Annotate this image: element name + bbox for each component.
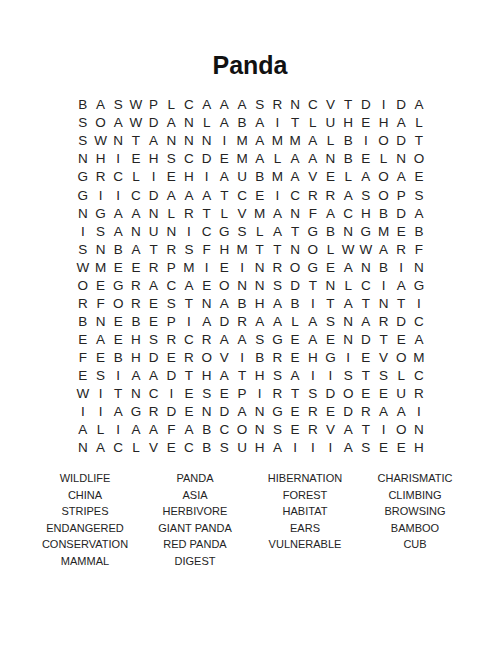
grid-cell: G <box>269 403 287 421</box>
grid-cell: P <box>392 186 410 204</box>
grid-cell: A <box>392 114 410 132</box>
grid-cell: N <box>74 150 92 168</box>
grid-cell: R <box>269 258 287 276</box>
grid-cell: T <box>392 295 410 313</box>
grid-cell: G <box>304 258 322 276</box>
grid-cell: A <box>180 421 198 439</box>
word-list-item: VULNERABLE <box>250 536 360 553</box>
grid-cell: S <box>198 385 216 403</box>
grid-cell: W <box>127 96 145 114</box>
grid-cell: A <box>339 186 357 204</box>
grid-cell: L <box>162 96 180 114</box>
grid-cell: G <box>109 276 127 294</box>
grid-cell: A <box>339 295 357 313</box>
grid-cell: A <box>304 313 322 331</box>
grid-cell: A <box>410 204 428 222</box>
word-list-column: WILDLIFECHINASTRIPESENDANGEREDCONSERVATI… <box>30 470 140 569</box>
grid-cell: A <box>410 96 428 114</box>
grid-cell: E <box>180 385 198 403</box>
grid-cell: L <box>127 168 145 186</box>
grid-cell: I <box>375 421 393 439</box>
grid-cell: C <box>410 367 428 385</box>
grid-cell: C <box>410 313 428 331</box>
grid-cell: A <box>127 367 145 385</box>
grid-cell: U <box>233 439 251 457</box>
grid-cell: I <box>180 222 198 240</box>
grid-cell: N <box>162 222 180 240</box>
grid-cell: A <box>162 186 180 204</box>
grid-cell: N <box>92 313 110 331</box>
grid-cell: T <box>251 240 269 258</box>
grid-cell: A <box>216 295 234 313</box>
grid-cell: A <box>251 132 269 150</box>
grid-cell: A <box>269 439 287 457</box>
grid-cell: A <box>286 367 304 385</box>
grid-cell: C <box>109 168 127 186</box>
grid-cell: E <box>357 349 375 367</box>
grid-cell: T <box>269 240 287 258</box>
grid-cell: V <box>145 439 163 457</box>
grid-cell: C <box>357 276 375 294</box>
grid-cell: I <box>304 439 322 457</box>
grid-cell: N <box>339 222 357 240</box>
word-list-item: WILDLIFE <box>30 470 140 487</box>
grid-cell: N <box>286 204 304 222</box>
grid-cell: I <box>74 403 92 421</box>
grid-cell: A <box>92 96 110 114</box>
grid-cell: B <box>251 349 269 367</box>
grid-cell: N <box>339 331 357 349</box>
grid-cell: V <box>233 204 251 222</box>
grid-cell: E <box>127 258 145 276</box>
grid-cell: I <box>92 186 110 204</box>
grid-cell: L <box>198 114 216 132</box>
grid-cell: A <box>92 439 110 457</box>
word-list-item: STRIPES <box>30 503 140 520</box>
grid-cell: H <box>339 114 357 132</box>
grid-cell: N <box>180 114 198 132</box>
grid-cell: F <box>92 295 110 313</box>
grid-cell: D <box>162 403 180 421</box>
grid-cell: B <box>339 150 357 168</box>
grid-cell: I <box>304 367 322 385</box>
grid-cell: E <box>145 295 163 313</box>
grid-cell: C <box>233 186 251 204</box>
grid-cell: L <box>322 132 340 150</box>
grid-cell: A <box>392 276 410 294</box>
grid-cell: S <box>162 150 180 168</box>
grid-cell: T <box>198 204 216 222</box>
grid-cell: V <box>304 168 322 186</box>
grid-cell: O <box>198 349 216 367</box>
grid-cell: O <box>375 168 393 186</box>
grid-cell: N <box>127 385 145 403</box>
grid-cell: H <box>251 367 269 385</box>
word-list-item: GIANT PANDA <box>140 520 250 537</box>
grid-cell: E <box>180 403 198 421</box>
grid-cell: A <box>410 331 428 349</box>
grid-cell: G <box>92 204 110 222</box>
grid-cell: D <box>392 132 410 150</box>
grid-cell: B <box>375 258 393 276</box>
grid-cell: E <box>375 439 393 457</box>
grid-cell: N <box>109 132 127 150</box>
grid-cell: A <box>145 421 163 439</box>
grid-cell: I <box>233 258 251 276</box>
grid-cell: E <box>216 258 234 276</box>
grid-cell: A <box>251 114 269 132</box>
grid-cell: E <box>392 331 410 349</box>
grid-cell: T <box>233 367 251 385</box>
grid-cell: R <box>410 385 428 403</box>
grid-cell: B <box>251 168 269 186</box>
grid-cell: L <box>269 150 287 168</box>
grid-cell: T <box>357 295 375 313</box>
grid-cell: M <box>233 132 251 150</box>
grid-cell: O <box>392 349 410 367</box>
grid-cell: D <box>339 403 357 421</box>
grid-cell: T <box>180 367 198 385</box>
grid-cell: N <box>251 403 269 421</box>
grid-cell: N <box>74 439 92 457</box>
grid-cell: O <box>92 114 110 132</box>
grid-cell: I <box>339 349 357 367</box>
grid-cell: R <box>392 240 410 258</box>
grid-cell: H <box>304 349 322 367</box>
grid-cell: B <box>127 313 145 331</box>
word-list-item: RED PANDA <box>140 536 250 553</box>
grid-cell: F <box>410 240 428 258</box>
grid-cell: G <box>357 222 375 240</box>
grid-cell: M <box>286 132 304 150</box>
grid-cell: E <box>410 168 428 186</box>
grid-cell: D <box>145 114 163 132</box>
grid-cell: I <box>109 186 127 204</box>
grid-cell: N <box>251 276 269 294</box>
grid-cell: E <box>92 349 110 367</box>
grid-cell: A <box>233 331 251 349</box>
grid-cell: O <box>286 258 304 276</box>
grid-cell: E <box>109 331 127 349</box>
grid-cell: L <box>127 439 145 457</box>
grid-cell: A <box>145 132 163 150</box>
word-list-item: BROWSING <box>360 503 470 520</box>
grid-cell: S <box>269 367 287 385</box>
grid-cell: A <box>145 367 163 385</box>
grid-cell: R <box>162 240 180 258</box>
grid-cell: C <box>216 421 234 439</box>
grid-cell: I <box>251 385 269 403</box>
grid-cell: B <box>109 240 127 258</box>
grid-cell: B <box>286 295 304 313</box>
grid-cell: H <box>198 367 216 385</box>
grid-cell: I <box>109 421 127 439</box>
grid-cell: A <box>162 114 180 132</box>
grid-cell: R <box>92 168 110 186</box>
grid-cell: B <box>233 295 251 313</box>
grid-cell: R <box>198 331 216 349</box>
grid-cell: R <box>145 403 163 421</box>
grid-cell: B <box>109 349 127 367</box>
grid-cell: D <box>357 96 375 114</box>
word-list-item: DIGEST <box>140 553 250 570</box>
grid-cell: C <box>145 385 163 403</box>
word-list-item: BAMBOO <box>360 520 470 537</box>
grid-cell: R <box>162 331 180 349</box>
grid-cell: T <box>145 240 163 258</box>
grid-cell: A <box>198 186 216 204</box>
grid-cell: D <box>216 403 234 421</box>
grid-cell: R <box>127 295 145 313</box>
grid-cell: O <box>109 295 127 313</box>
grid-cell: E <box>162 439 180 457</box>
grid-cell: D <box>392 313 410 331</box>
grid-cell: A <box>109 114 127 132</box>
grid-cell: B <box>339 132 357 150</box>
grid-cell: H <box>92 150 110 168</box>
grid-cell: N <box>145 204 163 222</box>
grid-cell: T <box>127 132 145 150</box>
grid-cell: T <box>286 114 304 132</box>
grid-cell: B <box>74 313 92 331</box>
grid-cell: P <box>162 258 180 276</box>
grid-cell: L <box>339 276 357 294</box>
grid-cell: C <box>286 186 304 204</box>
grid-cell: E <box>251 186 269 204</box>
grid-cell: E <box>357 385 375 403</box>
grid-cell: I <box>410 295 428 313</box>
grid-cell: C <box>127 186 145 204</box>
grid-cell: N <box>198 132 216 150</box>
grid-cell: L <box>339 168 357 186</box>
grid-cell: G <box>269 331 287 349</box>
grid-cell: A <box>216 367 234 385</box>
word-list-item: CLIMBING <box>360 487 470 504</box>
grid-cell: S <box>304 385 322 403</box>
grid-cell: I <box>109 367 127 385</box>
grid-cell: V <box>322 96 340 114</box>
grid-cell: B <box>322 222 340 240</box>
grid-cell: I <box>92 403 110 421</box>
grid-cell: A <box>357 168 375 186</box>
grid-cell: F <box>162 421 180 439</box>
grid-cell: P <box>233 385 251 403</box>
grid-cell: E <box>216 385 234 403</box>
grid-cell: I <box>269 186 287 204</box>
grid-cell: C <box>339 204 357 222</box>
grid-cell: B <box>198 421 216 439</box>
grid-cell: B <box>233 114 251 132</box>
grid-cell: T <box>322 295 340 313</box>
word-list-item: CUB <box>360 536 470 553</box>
grid-cell: I <box>392 258 410 276</box>
grid-cell: R <box>127 276 145 294</box>
grid-cell: H <box>251 439 269 457</box>
grid-cell: O <box>410 150 428 168</box>
grid-cell: L <box>322 240 340 258</box>
grid-cell: G <box>127 403 145 421</box>
grid-cell: N <box>286 240 304 258</box>
grid-cell: T <box>357 367 375 385</box>
grid-cell: C <box>162 276 180 294</box>
grid-cell: N <box>339 313 357 331</box>
grid-cell: S <box>269 421 287 439</box>
grid-cell: C <box>180 331 198 349</box>
grid-cell: S <box>233 222 251 240</box>
grid-cell: A <box>109 403 127 421</box>
grid-cell: A <box>251 150 269 168</box>
grid-cell: E <box>322 258 340 276</box>
grid-cell: R <box>269 349 287 367</box>
grid-cell: W <box>74 258 92 276</box>
grid-cell: O <box>233 421 251 439</box>
grid-cell: I <box>375 96 393 114</box>
grid-cell: A <box>304 132 322 150</box>
grid-cell: E <box>162 168 180 186</box>
grid-cell: N <box>286 96 304 114</box>
grid-cell: N <box>198 403 216 421</box>
grid-cell: N <box>410 421 428 439</box>
grid-cell: F <box>304 204 322 222</box>
grid-cell: R <box>180 204 198 222</box>
grid-cell: B <box>410 222 428 240</box>
grid-cell: S <box>339 367 357 385</box>
grid-cell: C <box>198 222 216 240</box>
grid-cell: W <box>339 240 357 258</box>
grid-cell: S <box>162 295 180 313</box>
grid-cell: A <box>92 331 110 349</box>
grid-cell: R <box>322 186 340 204</box>
grid-cell: B <box>375 204 393 222</box>
word-list-column: PANDAASIAHERBIVOREGIANT PANDARED PANDADI… <box>140 470 250 569</box>
grid-cell: O <box>304 240 322 258</box>
grid-cell: I <box>410 403 428 421</box>
grid-cell: C <box>180 96 198 114</box>
grid-cell: N <box>74 204 92 222</box>
grid-cell: A <box>339 439 357 457</box>
grid-cell: R <box>180 349 198 367</box>
grid-cell: A <box>198 313 216 331</box>
grid-cell: A <box>322 204 340 222</box>
word-list-item: HIBERNATION <box>250 470 360 487</box>
grid-cell: E <box>286 403 304 421</box>
grid-cell: E <box>216 150 234 168</box>
grid-cell: S <box>269 276 287 294</box>
grid-cell: O <box>74 276 92 294</box>
grid-cell: A <box>145 276 163 294</box>
grid-cell: M <box>269 168 287 186</box>
grid-cell: U <box>392 385 410 403</box>
grid-cell: N <box>322 150 340 168</box>
grid-cell: L <box>162 204 180 222</box>
grid-cell: S <box>251 96 269 114</box>
grid-cell: G <box>322 349 340 367</box>
grid-cell: H <box>145 150 163 168</box>
word-list-item: CHINA <box>30 487 140 504</box>
grid-cell: D <box>392 204 410 222</box>
grid-cell: A <box>127 421 145 439</box>
grid-cell: D <box>145 186 163 204</box>
grid-cell: I <box>322 439 340 457</box>
grid-cell: N <box>322 276 340 294</box>
grid-cell: A <box>392 403 410 421</box>
grid-cell: C <box>180 150 198 168</box>
grid-cell: V <box>322 421 340 439</box>
grid-cell: A <box>216 331 234 349</box>
grid-cell: A <box>109 204 127 222</box>
grid-cell: D <box>322 385 340 403</box>
grid-cell: R <box>304 403 322 421</box>
grid-cell: D <box>162 367 180 385</box>
grid-cell: I <box>74 222 92 240</box>
grid-cell: I <box>304 295 322 313</box>
grid-cell: A <box>233 96 251 114</box>
grid-cell: P <box>145 96 163 114</box>
grid-cell: T <box>375 331 393 349</box>
grid-cell: S <box>109 96 127 114</box>
grid-cell: N <box>251 421 269 439</box>
grid-cell: S <box>216 439 234 457</box>
grid-cell: I <box>162 385 180 403</box>
grid-cell: A <box>180 186 198 204</box>
grid-cell: E <box>392 222 410 240</box>
grid-cell: A <box>286 150 304 168</box>
grid-cell: E <box>286 349 304 367</box>
grid-cell: S <box>357 186 375 204</box>
grid-cell: A <box>304 331 322 349</box>
grid-cell: M <box>375 222 393 240</box>
grid-cell: I <box>145 168 163 186</box>
word-list-column: CHARISMATICCLIMBINGBROWSINGBAMBOOCUB <box>360 470 470 569</box>
grid-cell: G <box>304 222 322 240</box>
word-list-item: ENDANGERED <box>30 520 140 537</box>
grid-cell: H <box>127 349 145 367</box>
grid-cell: S <box>322 313 340 331</box>
grid-cell: A <box>251 313 269 331</box>
grid-cell: S <box>180 240 198 258</box>
word-list-item: FOREST <box>250 487 360 504</box>
grid-cell: E <box>392 439 410 457</box>
grid-cell: W <box>74 385 92 403</box>
grid-cell: R <box>269 96 287 114</box>
grid-cell: A <box>198 96 216 114</box>
grid-cell: S <box>375 367 393 385</box>
word-list-item: HABITAT <box>250 503 360 520</box>
grid-cell: M <box>251 204 269 222</box>
grid-cell: G <box>74 186 92 204</box>
grid-cell: S <box>92 367 110 385</box>
grid-cell: E <box>109 258 127 276</box>
word-list-item: MAMMAL <box>30 553 140 570</box>
grid-cell: N <box>357 258 375 276</box>
grid-cell: T <box>286 385 304 403</box>
grid-cell: A <box>216 168 234 186</box>
grid-cell: L <box>304 114 322 132</box>
grid-cell: E <box>92 276 110 294</box>
grid-cell: E <box>74 367 92 385</box>
grid-cell: A <box>216 96 234 114</box>
grid-cell: H <box>410 439 428 457</box>
grid-cell: A <box>180 276 198 294</box>
grid-cell: F <box>74 349 92 367</box>
grid-cell: N <box>198 295 216 313</box>
grid-cell: G <box>74 168 92 186</box>
grid-cell: G <box>410 276 428 294</box>
grid-cell: A <box>269 295 287 313</box>
grid-cell: T <box>286 222 304 240</box>
grid-cell: D <box>198 150 216 168</box>
grid-cell: A <box>216 114 234 132</box>
